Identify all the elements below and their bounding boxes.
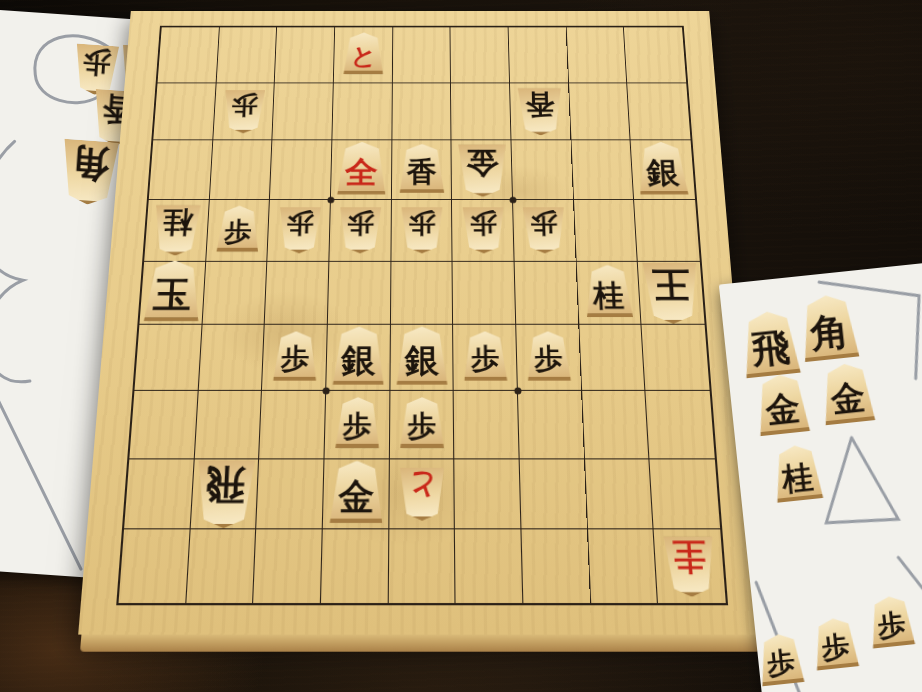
piece-sente-silver[interactable]: 銀 [395,326,449,384]
piece-glyph: 歩 [534,345,563,377]
piece-gote-knight[interactable]: 桂 [151,205,202,256]
piece-glyph: 香 [525,88,555,118]
piece-glyph: 飛 [750,327,792,374]
piece-glyph: 歩 [471,345,500,377]
piece-glyph: 歩 [820,631,851,666]
piece-sente-tokin[interactable]: と [342,33,385,75]
piece-sente-pawn[interactable]: 歩 [334,397,381,448]
piece-gote-pawn[interactable]: 歩 [522,208,568,254]
piece-sente-knight[interactable]: 桂 [583,265,634,317]
piece-sente-pawn[interactable]: 歩 [525,331,572,380]
piece-sente-lance[interactable]: 香 [398,144,445,193]
piece-glyph: 玉 [152,276,193,317]
piece-glyph: 歩 [408,411,437,444]
piece-sente-pawn[interactable]: 歩 [399,397,446,448]
piece-sente-silver[interactable]: 銀 [636,142,690,195]
piece-sente-pawn[interactable]: 歩 [272,331,319,380]
piece-glyph: 王 [650,263,690,304]
piece-gote-pawn[interactable]: 歩 [338,208,383,254]
shogi-board: と歩香全香金銀桂歩歩歩歩歩歩玉桂王歩銀銀歩歩歩歩飛金と圭 [77,11,764,652]
piece-sente-silver[interactable]: 銀 [331,326,385,384]
piece-gote-lance[interactable]: 香 [517,88,565,135]
table-surface: 歩香香角 と歩香全香金銀桂歩歩歩歩歩歩玉桂王歩銀銀歩歩歩歩飛金と圭 飛角金金桂歩… [0,0,922,692]
board-grid: と歩香全香金銀桂歩歩歩歩歩歩玉桂王歩銀銀歩歩歩歩飛金と圭 [116,26,728,606]
piece-glyph: 歩 [343,411,372,444]
piece-glyph: 歩 [469,208,497,238]
piece-glyph: 歩 [224,218,253,248]
piece-glyph: 歩 [408,208,435,238]
piece-sente-king[interactable]: 玉 [142,260,204,321]
piece-glyph: 歩 [286,208,314,238]
piece-glyph: 金 [764,389,802,431]
piece-glyph: 飛 [205,460,247,505]
piece-glyph: 歩 [347,208,375,238]
piece-glyph: 歩 [231,90,259,118]
piece-glyph: 桂 [161,205,193,238]
piece-glyph: 香 [407,157,437,189]
piece-glyph: 歩 [876,609,907,644]
piece-glyph: 金 [465,144,498,178]
piece-gote-rook[interactable]: 飛 [193,460,257,528]
piece-glyph: 金 [338,478,374,519]
piece-glyph: と [350,44,377,71]
piece-gote-promoted-knight[interactable]: 圭 [662,536,718,596]
piece-sente-pawn[interactable]: 歩 [462,331,508,380]
piece-gote-pawn[interactable]: 歩 [400,208,444,254]
piece-gote-gold[interactable]: 金 [456,144,508,197]
piece-gote-pawn[interactable]: 歩 [222,90,267,133]
piece-sente-gold[interactable]: 金 [328,461,385,523]
board-wood: と歩香全香金銀桂歩歩歩歩歩歩玉桂王歩銀銀歩歩歩歩飛金と圭 [78,11,762,635]
piece-glyph: 歩 [82,44,112,78]
piece-glyph: 銀 [405,342,440,380]
piece-glyph: 銀 [646,156,681,191]
piece-gote-pawn[interactable]: 歩 [277,208,322,254]
piece-gote-tokin[interactable]: と [398,468,445,521]
piece-glyph: 圭 [671,536,707,575]
piece-glyph: 歩 [280,345,309,377]
piece-glyph: 銀 [341,342,376,380]
piece-glyph: 角 [70,139,111,185]
piece-sente-promoted-silver[interactable]: 全 [336,142,388,195]
piece-glyph: 全 [345,156,378,191]
board-front-edge [80,635,760,652]
piece-gote-pawn[interactable]: 歩 [461,208,506,254]
piece-glyph: 角 [808,310,850,357]
piece-glyph: 桂 [593,280,626,314]
piece-glyph: と [407,468,437,502]
piece-glyph: 歩 [766,647,797,682]
piece-gote-king[interactable]: 王 [640,263,702,324]
piece-glyph: 桂 [781,459,816,498]
board-pieces-layer: と歩香全香金銀桂歩歩歩歩歩歩玉桂王歩銀銀歩歩歩歩飛金と圭 [119,27,726,603]
piece-glyph: 歩 [530,208,558,238]
piece-sente-pawn[interactable]: 歩 [215,206,261,252]
piece-glyph: 金 [829,378,867,420]
